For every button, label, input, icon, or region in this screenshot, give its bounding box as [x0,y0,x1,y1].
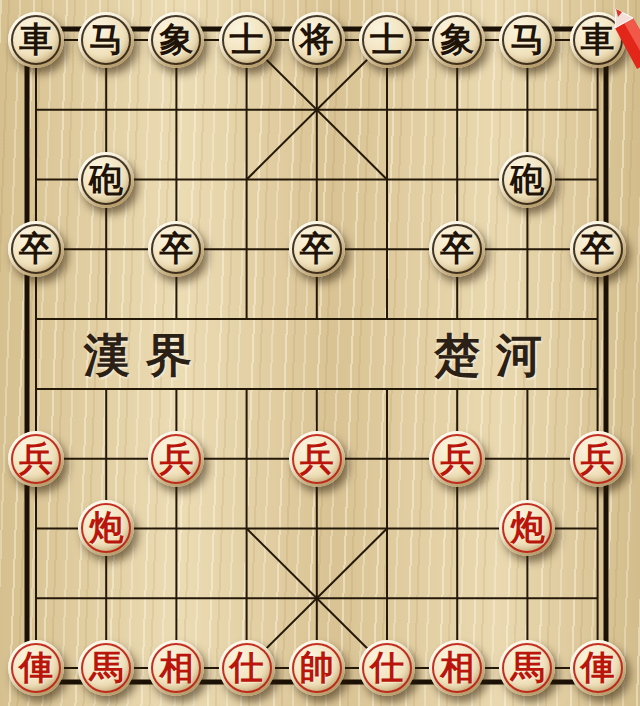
piece-character: 士 [370,23,404,57]
piece-black-soldier[interactable]: 卒 [8,221,64,277]
piece-character: 車 [19,23,53,57]
piece-red-cannon[interactable]: 炮 [78,500,134,556]
piece-red-elephant[interactable]: 相 [429,640,485,696]
piece-black-elephant[interactable]: 象 [148,12,204,68]
piece-character: 俥 [581,651,615,685]
piece-red-soldier[interactable]: 兵 [289,431,345,487]
piece-character: 炮 [510,511,544,545]
piece-black-chariot[interactable]: 車 [570,12,626,68]
piece-red-soldier[interactable]: 兵 [148,431,204,487]
piece-black-soldier[interactable]: 卒 [429,221,485,277]
piece-red-horse[interactable]: 馬 [78,640,134,696]
piece-red-advisor[interactable]: 仕 [359,640,415,696]
river-label-right: 楚河 [434,325,558,387]
piece-character: 炮 [89,511,123,545]
piece-red-soldier[interactable]: 兵 [429,431,485,487]
piece-character: 将 [300,23,334,57]
piece-red-chariot[interactable]: 俥 [8,640,64,696]
piece-character: 仕 [370,651,404,685]
river-label-left: 漢界 [84,325,208,387]
piece-character: 卒 [581,232,615,266]
piece-black-advisor[interactable]: 士 [219,12,275,68]
piece-character: 相 [440,651,474,685]
piece-character: 卒 [300,232,334,266]
piece-character: 馬 [89,651,123,685]
piece-black-horse[interactable]: 马 [78,12,134,68]
piece-red-cannon[interactable]: 炮 [499,500,555,556]
piece-character: 仕 [230,651,264,685]
piece-black-horse[interactable]: 马 [499,12,555,68]
piece-black-advisor[interactable]: 士 [359,12,415,68]
xiangqi-board: 漢界 楚河 車马象士将士象马車砲砲卒卒卒卒卒兵兵兵兵兵炮炮俥馬相仕帥仕相馬俥 [0,0,640,706]
piece-character: 相 [159,651,193,685]
piece-character: 士 [230,23,264,57]
piece-character: 象 [159,23,193,57]
piece-character: 卒 [159,232,193,266]
piece-red-soldier[interactable]: 兵 [570,431,626,487]
piece-red-soldier[interactable]: 兵 [8,431,64,487]
piece-black-chariot[interactable]: 車 [8,12,64,68]
piece-black-general[interactable]: 将 [289,12,345,68]
piece-character: 砲 [89,163,123,197]
piece-red-advisor[interactable]: 仕 [219,640,275,696]
piece-red-chariot[interactable]: 俥 [570,640,626,696]
piece-black-soldier[interactable]: 卒 [289,221,345,277]
piece-red-elephant[interactable]: 相 [148,640,204,696]
piece-character: 兵 [581,442,615,476]
piece-character: 卒 [440,232,474,266]
piece-character: 马 [510,23,544,57]
piece-character: 卒 [19,232,53,266]
piece-character: 象 [440,23,474,57]
piece-character: 帥 [300,651,334,685]
piece-character: 車 [581,23,615,57]
piece-red-horse[interactable]: 馬 [499,640,555,696]
piece-character: 俥 [19,651,53,685]
piece-character: 兵 [159,442,193,476]
piece-character: 兵 [19,442,53,476]
piece-black-soldier[interactable]: 卒 [148,221,204,277]
piece-red-general[interactable]: 帥 [289,640,345,696]
piece-black-elephant[interactable]: 象 [429,12,485,68]
piece-character: 馬 [510,651,544,685]
piece-character: 马 [89,23,123,57]
piece-black-soldier[interactable]: 卒 [570,221,626,277]
piece-black-cannon[interactable]: 砲 [499,152,555,208]
piece-character: 兵 [300,442,334,476]
piece-character: 砲 [510,163,544,197]
piece-black-cannon[interactable]: 砲 [78,152,134,208]
piece-character: 兵 [440,442,474,476]
